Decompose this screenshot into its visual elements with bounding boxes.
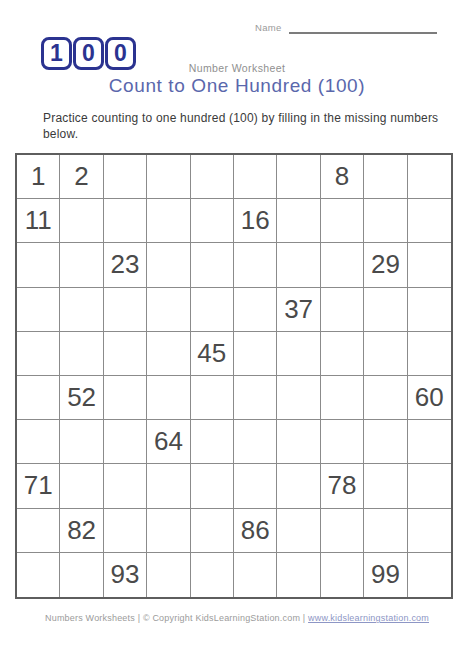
grid-cell-r9c7[interactable] bbox=[277, 509, 320, 553]
grid-cell-r9c5[interactable] bbox=[191, 509, 234, 553]
grid-cell-r2c10[interactable] bbox=[408, 199, 451, 243]
grid-cell-r10c10[interactable] bbox=[408, 553, 451, 597]
grid-cell-r3c9: 29 bbox=[364, 243, 407, 287]
grid-cell-r8c9[interactable] bbox=[364, 464, 407, 508]
grid-cell-r6c5[interactable] bbox=[191, 376, 234, 420]
grid-cell-r10c6[interactable] bbox=[234, 553, 277, 597]
grid-cell-r2c8[interactable] bbox=[321, 199, 364, 243]
grid-cell-r8c6[interactable] bbox=[234, 464, 277, 508]
worksheet-page: 1 0 0 Name Number Worksheet Count to One… bbox=[0, 0, 474, 653]
grid-cell-r2c4[interactable] bbox=[147, 199, 190, 243]
grid-cell-r5c1[interactable] bbox=[17, 332, 60, 376]
grid-cell-r7c3[interactable] bbox=[104, 420, 147, 464]
grid-cell-r10c3: 93 bbox=[104, 553, 147, 597]
grid-cell-r4c2[interactable] bbox=[60, 288, 103, 332]
grid-cell-r8c5[interactable] bbox=[191, 464, 234, 508]
grid-cell-r7c5[interactable] bbox=[191, 420, 234, 464]
grid-cell-r4c5[interactable] bbox=[191, 288, 234, 332]
grid-cell-r5c5: 45 bbox=[191, 332, 234, 376]
grid-cell-r4c7: 37 bbox=[277, 288, 320, 332]
grid-cell-r6c9[interactable] bbox=[364, 376, 407, 420]
grid-cell-r4c3[interactable] bbox=[104, 288, 147, 332]
grid-cell-r5c4[interactable] bbox=[147, 332, 190, 376]
grid-cell-r6c6[interactable] bbox=[234, 376, 277, 420]
name-blank-line[interactable] bbox=[289, 22, 437, 34]
grid-cell-r1c1: 1 bbox=[17, 155, 60, 199]
grid-cell-r5c6[interactable] bbox=[234, 332, 277, 376]
grid-cell-r3c1[interactable] bbox=[17, 243, 60, 287]
grid-cell-r4c8[interactable] bbox=[321, 288, 364, 332]
footer-text: Numbers Worksheets | © Copyright KidsLea… bbox=[45, 613, 308, 623]
page-title: Count to One Hundred (100) bbox=[0, 75, 474, 97]
grid-cell-r3c10[interactable] bbox=[408, 243, 451, 287]
grid-cell-r1c10[interactable] bbox=[408, 155, 451, 199]
name-label: Name bbox=[255, 22, 282, 34]
grid-cell-r1c8: 8 bbox=[321, 155, 364, 199]
grid-cell-r8c2[interactable] bbox=[60, 464, 103, 508]
name-field-row: Name bbox=[255, 22, 437, 34]
grid-cell-r2c2[interactable] bbox=[60, 199, 103, 243]
grid-cell-r5c9[interactable] bbox=[364, 332, 407, 376]
grid-cell-r7c1[interactable] bbox=[17, 420, 60, 464]
grid-cell-r9c9[interactable] bbox=[364, 509, 407, 553]
grid-cell-r3c5[interactable] bbox=[191, 243, 234, 287]
grid-cell-r2c6: 16 bbox=[234, 199, 277, 243]
grid-cell-r2c5[interactable] bbox=[191, 199, 234, 243]
grid-cell-r5c10[interactable] bbox=[408, 332, 451, 376]
grid-cell-r8c1: 71 bbox=[17, 464, 60, 508]
grid-cell-r1c6[interactable] bbox=[234, 155, 277, 199]
grid-cell-r4c4[interactable] bbox=[147, 288, 190, 332]
instructions-text: Practice counting to one hundred (100) b… bbox=[43, 110, 447, 142]
grid-cell-r10c4[interactable] bbox=[147, 553, 190, 597]
grid-cell-r4c9[interactable] bbox=[364, 288, 407, 332]
grid-cell-r7c6[interactable] bbox=[234, 420, 277, 464]
grid-cell-r9c2: 82 bbox=[60, 509, 103, 553]
grid-cell-r10c8[interactable] bbox=[321, 553, 364, 597]
grid-cell-r6c1[interactable] bbox=[17, 376, 60, 420]
grid-cell-r5c3[interactable] bbox=[104, 332, 147, 376]
grid-cell-r9c10[interactable] bbox=[408, 509, 451, 553]
grid-cell-r4c10[interactable] bbox=[408, 288, 451, 332]
worksheet-kicker: Number Worksheet bbox=[0, 62, 474, 74]
grid-cell-r4c1[interactable] bbox=[17, 288, 60, 332]
grid-cell-r8c8: 78 bbox=[321, 464, 364, 508]
grid-cell-r2c3[interactable] bbox=[104, 199, 147, 243]
grid-cell-r8c10[interactable] bbox=[408, 464, 451, 508]
grid-cell-r6c7[interactable] bbox=[277, 376, 320, 420]
footer-link[interactable]: www.kidslearningstation.com bbox=[308, 613, 429, 623]
grid-cell-r7c9[interactable] bbox=[364, 420, 407, 464]
grid-cell-r8c4[interactable] bbox=[147, 464, 190, 508]
grid-cell-r7c8[interactable] bbox=[321, 420, 364, 464]
grid-cell-r10c5[interactable] bbox=[191, 553, 234, 597]
grid-cell-r7c7[interactable] bbox=[277, 420, 320, 464]
grid-cell-r8c3[interactable] bbox=[104, 464, 147, 508]
footer: Numbers Worksheets | © Copyright KidsLea… bbox=[0, 613, 474, 623]
grid-cell-r2c7[interactable] bbox=[277, 199, 320, 243]
grid-cell-r6c4[interactable] bbox=[147, 376, 190, 420]
grid-cell-r6c3[interactable] bbox=[104, 376, 147, 420]
grid-cell-r1c4[interactable] bbox=[147, 155, 190, 199]
grid-cell-r10c9: 99 bbox=[364, 553, 407, 597]
grid-cell-r9c6: 86 bbox=[234, 509, 277, 553]
grid-cell-r9c1[interactable] bbox=[17, 509, 60, 553]
grid-cell-r10c1[interactable] bbox=[17, 553, 60, 597]
grid-cell-r5c2[interactable] bbox=[60, 332, 103, 376]
grid-cell-r7c4: 64 bbox=[147, 420, 190, 464]
grid-cell-r1c2: 2 bbox=[60, 155, 103, 199]
grid-cell-r3c4[interactable] bbox=[147, 243, 190, 287]
grid-cell-r1c5[interactable] bbox=[191, 155, 234, 199]
grid-cell-r5c7[interactable] bbox=[277, 332, 320, 376]
grid-cell-r7c10[interactable] bbox=[408, 420, 451, 464]
number-grid: 128111623293745526064717882869399 bbox=[15, 153, 453, 599]
grid-cell-r6c2: 52 bbox=[60, 376, 103, 420]
grid-cell-r1c3[interactable] bbox=[104, 155, 147, 199]
grid-cell-r3c7[interactable] bbox=[277, 243, 320, 287]
grid-cell-r10c7[interactable] bbox=[277, 553, 320, 597]
grid-cell-r6c10: 60 bbox=[408, 376, 451, 420]
grid-cell-r9c4[interactable] bbox=[147, 509, 190, 553]
grid-cell-r5c8[interactable] bbox=[321, 332, 364, 376]
grid-cell-r3c6[interactable] bbox=[234, 243, 277, 287]
grid-cell-r2c9[interactable] bbox=[364, 199, 407, 243]
grid-cell-r2c1: 11 bbox=[17, 199, 60, 243]
grid-cell-r7c2[interactable] bbox=[60, 420, 103, 464]
grid-cell-r1c9[interactable] bbox=[364, 155, 407, 199]
grid-cell-r3c3: 23 bbox=[104, 243, 147, 287]
grid-cell-r3c8[interactable] bbox=[321, 243, 364, 287]
grid-cell-r4c6[interactable] bbox=[234, 288, 277, 332]
grid-cell-r8c7[interactable] bbox=[277, 464, 320, 508]
grid-cell-r1c7[interactable] bbox=[277, 155, 320, 199]
grid-cell-r9c8[interactable] bbox=[321, 509, 364, 553]
grid-cell-r9c3[interactable] bbox=[104, 509, 147, 553]
grid-cell-r3c2[interactable] bbox=[60, 243, 103, 287]
grid-cell-r10c2[interactable] bbox=[60, 553, 103, 597]
grid-cell-r6c8[interactable] bbox=[321, 376, 364, 420]
